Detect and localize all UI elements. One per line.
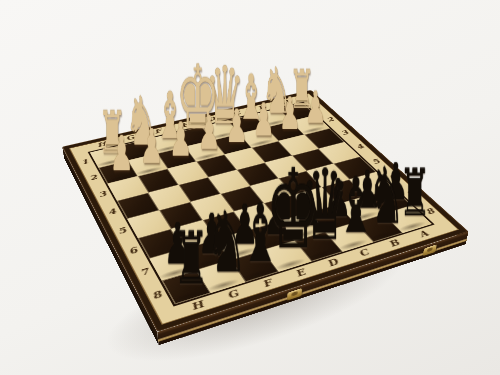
piece-white-pawn-g2[interactable]: ♟: [140, 123, 164, 171]
photo-canvas: ♜♞♝♚♛♝♞♜♟♟♟♟♟♟♟♟♟♟♟♟♟♟♟♟♜♞♝♚♛♝♞♜ HHGGFFE…: [0, 0, 500, 375]
brass-clasp-left: [287, 288, 302, 301]
piece-white-pawn-e2[interactable]: ♟: [197, 110, 220, 157]
piece-white-pawn-b2[interactable]: ♟: [279, 91, 301, 136]
piece-white-pawn-d2[interactable]: ♟: [225, 103, 248, 149]
piece-black-knight-g8[interactable]: ♞: [205, 200, 247, 284]
piece-black-rook-h8[interactable]: ♜: [173, 223, 209, 295]
piece-white-pawn-a2[interactable]: ♟: [304, 85, 326, 129]
piece-white-pawn-f2[interactable]: ♟: [169, 116, 192, 163]
piece-white-pawn-c2[interactable]: ♟: [252, 97, 275, 142]
brass-clasp-right: [423, 244, 437, 256]
piece-white-pawn-h2[interactable]: ♟: [110, 129, 134, 178]
